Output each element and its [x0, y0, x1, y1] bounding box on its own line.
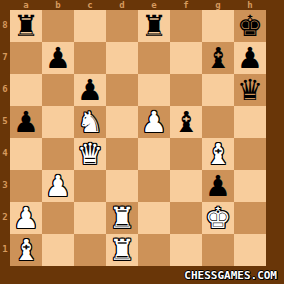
square-b6[interactable] [42, 74, 74, 106]
square-c6[interactable]: ♟ [74, 74, 106, 106]
square-f6[interactable] [170, 74, 202, 106]
square-e2[interactable] [138, 202, 170, 234]
square-f4[interactable] [170, 138, 202, 170]
piece-white-rook[interactable]: ♜ [106, 202, 138, 234]
piece-black-king[interactable]: ♚ [234, 10, 266, 42]
piece-white-queen[interactable]: ♛ [74, 138, 106, 170]
rank-label-5: 5 [0, 106, 10, 138]
square-b5[interactable] [42, 106, 74, 138]
square-b1[interactable] [42, 234, 74, 266]
square-c5[interactable]: ♞ [74, 106, 106, 138]
square-f1[interactable] [170, 234, 202, 266]
square-b3[interactable]: ♟ [42, 170, 74, 202]
square-e6[interactable] [138, 74, 170, 106]
rank-label-4: 4 [0, 138, 10, 170]
square-g6[interactable] [202, 74, 234, 106]
square-h8[interactable]: ♚ [234, 10, 266, 42]
square-h4[interactable] [234, 138, 266, 170]
square-h7[interactable]: ♟ [234, 42, 266, 74]
square-e4[interactable] [138, 138, 170, 170]
square-g1[interactable] [202, 234, 234, 266]
square-f2[interactable] [170, 202, 202, 234]
chessgames-watermark: CHESSGAMES.COM [184, 269, 277, 282]
square-e7[interactable] [138, 42, 170, 74]
square-a6[interactable] [10, 74, 42, 106]
square-b4[interactable] [42, 138, 74, 170]
square-g3[interactable]: ♟ [202, 170, 234, 202]
square-c2[interactable] [74, 202, 106, 234]
square-d5[interactable] [106, 106, 138, 138]
chess-board[interactable]: ♜♜♚♟♝♟♟♛♟♞♟♝♛♝♟♟♟♜♚♝♜ [10, 10, 266, 266]
square-c8[interactable] [74, 10, 106, 42]
chess-board-widget: abcdefgh 87654321 ♜♜♚♟♝♟♟♛♟♞♟♝♛♝♟♟♟♜♚♝♜ … [0, 0, 284, 284]
rank-label-3: 3 [0, 170, 10, 202]
square-a8[interactable]: ♜ [10, 10, 42, 42]
square-h6[interactable]: ♛ [234, 74, 266, 106]
square-f5[interactable]: ♝ [170, 106, 202, 138]
square-h2[interactable] [234, 202, 266, 234]
square-a3[interactable] [10, 170, 42, 202]
square-c3[interactable] [74, 170, 106, 202]
square-d4[interactable] [106, 138, 138, 170]
file-labels: abcdefgh [10, 0, 266, 10]
square-e1[interactable] [138, 234, 170, 266]
square-g4[interactable]: ♝ [202, 138, 234, 170]
square-f3[interactable] [170, 170, 202, 202]
square-b8[interactable] [42, 10, 74, 42]
piece-black-pawn[interactable]: ♟ [10, 106, 42, 138]
rank-label-6: 6 [0, 74, 10, 106]
square-b7[interactable]: ♟ [42, 42, 74, 74]
square-e8[interactable]: ♜ [138, 10, 170, 42]
square-a4[interactable] [10, 138, 42, 170]
piece-white-knight[interactable]: ♞ [74, 106, 106, 138]
piece-black-pawn[interactable]: ♟ [42, 42, 74, 74]
piece-black-pawn[interactable]: ♟ [234, 42, 266, 74]
square-d1[interactable]: ♜ [106, 234, 138, 266]
square-a7[interactable] [10, 42, 42, 74]
piece-black-queen[interactable]: ♛ [234, 74, 266, 106]
square-d8[interactable] [106, 10, 138, 42]
square-d3[interactable] [106, 170, 138, 202]
piece-white-king[interactable]: ♚ [202, 202, 234, 234]
square-g5[interactable] [202, 106, 234, 138]
rank-label-2: 2 [0, 202, 10, 234]
square-c4[interactable]: ♛ [74, 138, 106, 170]
square-e5[interactable]: ♟ [138, 106, 170, 138]
piece-white-rook[interactable]: ♜ [106, 234, 138, 266]
piece-black-pawn[interactable]: ♟ [202, 170, 234, 202]
square-d7[interactable] [106, 42, 138, 74]
square-f7[interactable] [170, 42, 202, 74]
square-h1[interactable] [234, 234, 266, 266]
piece-black-bishop[interactable]: ♝ [170, 106, 202, 138]
piece-black-bishop[interactable]: ♝ [202, 42, 234, 74]
piece-black-rook[interactable]: ♜ [138, 10, 170, 42]
square-a2[interactable]: ♟ [10, 202, 42, 234]
rank-labels: 87654321 [0, 10, 10, 266]
square-f8[interactable] [170, 10, 202, 42]
piece-white-pawn[interactable]: ♟ [42, 170, 74, 202]
piece-black-pawn[interactable]: ♟ [74, 74, 106, 106]
square-e3[interactable] [138, 170, 170, 202]
piece-white-bishop[interactable]: ♝ [202, 138, 234, 170]
rank-label-8: 8 [0, 10, 10, 42]
square-b2[interactable] [42, 202, 74, 234]
piece-white-bishop[interactable]: ♝ [10, 234, 42, 266]
square-a1[interactable]: ♝ [10, 234, 42, 266]
square-h5[interactable] [234, 106, 266, 138]
square-c7[interactable] [74, 42, 106, 74]
square-g2[interactable]: ♚ [202, 202, 234, 234]
square-a5[interactable]: ♟ [10, 106, 42, 138]
square-g7[interactable]: ♝ [202, 42, 234, 74]
square-h3[interactable] [234, 170, 266, 202]
square-c1[interactable] [74, 234, 106, 266]
square-d2[interactable]: ♜ [106, 202, 138, 234]
square-g8[interactable] [202, 10, 234, 42]
piece-black-rook[interactable]: ♜ [10, 10, 42, 42]
piece-white-pawn[interactable]: ♟ [138, 106, 170, 138]
rank-label-7: 7 [0, 42, 10, 74]
rank-label-1: 1 [0, 234, 10, 266]
piece-white-pawn[interactable]: ♟ [10, 202, 42, 234]
square-d6[interactable] [106, 74, 138, 106]
